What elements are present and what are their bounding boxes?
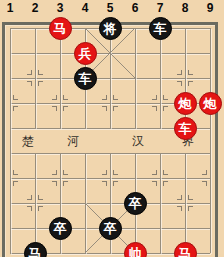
point-marker xyxy=(113,170,118,175)
point-marker xyxy=(102,95,107,100)
point-marker xyxy=(188,206,193,211)
point-marker xyxy=(163,181,168,186)
point-marker xyxy=(13,181,18,186)
river-char: 汉 xyxy=(132,133,144,150)
point-marker xyxy=(52,181,57,186)
point-marker xyxy=(152,95,157,100)
piece-glyph: 车 xyxy=(79,72,92,85)
point-marker xyxy=(27,206,32,211)
point-marker xyxy=(63,95,68,100)
piece-glyph: 炮 xyxy=(179,97,192,110)
point-marker xyxy=(63,170,68,175)
point-marker xyxy=(177,70,182,75)
piece-black-soldier[interactable]: 卒 xyxy=(99,217,122,240)
piece-red-chariot[interactable]: 车 xyxy=(174,117,197,140)
river-char: 河 xyxy=(67,133,79,150)
point-marker xyxy=(188,70,193,75)
piece-glyph: 卒 xyxy=(129,197,142,210)
point-marker xyxy=(152,106,157,111)
point-marker xyxy=(13,170,18,175)
river-char: 楚 xyxy=(22,133,34,150)
piece-glyph: 马 xyxy=(29,247,42,257)
point-marker xyxy=(102,170,107,175)
point-marker xyxy=(163,95,168,100)
piece-red-horse[interactable]: 马 xyxy=(49,17,72,40)
point-marker xyxy=(202,170,207,175)
point-marker xyxy=(63,181,68,186)
point-marker xyxy=(52,106,57,111)
piece-black-soldier[interactable]: 卒 xyxy=(124,192,147,215)
point-marker xyxy=(27,81,32,86)
point-marker xyxy=(27,195,32,200)
piece-glyph: 兵 xyxy=(79,47,92,60)
point-marker xyxy=(102,181,107,186)
piece-black-soldier[interactable]: 卒 xyxy=(49,217,72,240)
point-marker xyxy=(113,95,118,100)
piece-black-general[interactable]: 将 xyxy=(99,17,122,40)
point-marker xyxy=(188,195,193,200)
point-marker xyxy=(52,170,57,175)
piece-red-cannon[interactable]: 炮 xyxy=(174,92,197,115)
point-marker xyxy=(113,181,118,186)
point-marker xyxy=(27,70,32,75)
piece-red-soldier[interactable]: 兵 xyxy=(74,42,97,65)
point-marker xyxy=(38,195,43,200)
point-marker xyxy=(13,95,18,100)
point-marker xyxy=(163,106,168,111)
point-marker xyxy=(113,106,118,111)
piece-glyph: 车 xyxy=(154,22,167,35)
piece-black-chariot[interactable]: 车 xyxy=(74,67,97,90)
point-marker xyxy=(63,106,68,111)
point-marker xyxy=(177,81,182,86)
piece-glyph: 车 xyxy=(179,122,192,135)
point-marker xyxy=(188,81,193,86)
point-marker xyxy=(52,95,57,100)
piece-glyph: 卒 xyxy=(54,222,67,235)
point-marker xyxy=(177,195,182,200)
piece-glyph: 将 xyxy=(104,22,117,35)
xiangqi-board: 123456789 楚河汉界 马将车兵车炮炮车卒卒卒马帅马 xyxy=(0,0,224,257)
point-marker xyxy=(13,106,18,111)
piece-black-chariot[interactable]: 车 xyxy=(149,17,172,40)
piece-glyph: 卒 xyxy=(104,222,117,235)
point-marker xyxy=(152,170,157,175)
piece-glyph: 马 xyxy=(179,247,192,257)
point-marker xyxy=(177,206,182,211)
point-marker xyxy=(202,181,207,186)
point-marker xyxy=(152,181,157,186)
point-marker xyxy=(102,106,107,111)
piece-glyph: 帅 xyxy=(129,247,142,257)
piece-glyph: 炮 xyxy=(204,97,217,110)
point-marker xyxy=(38,70,43,75)
piece-red-cannon[interactable]: 炮 xyxy=(199,92,222,115)
piece-glyph: 马 xyxy=(54,22,67,35)
point-marker xyxy=(38,206,43,211)
point-marker xyxy=(163,170,168,175)
point-marker xyxy=(38,81,43,86)
